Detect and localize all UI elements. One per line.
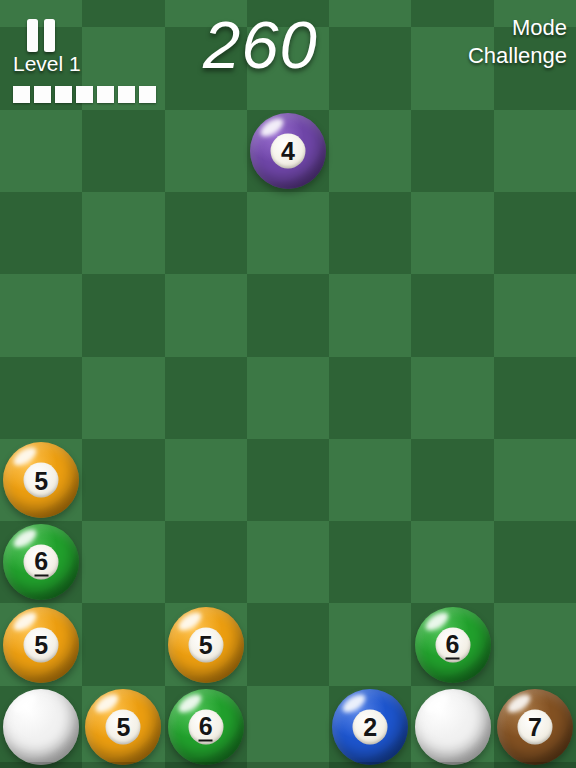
ball-number: 6 [188,709,223,744]
ball-white-cue [415,689,491,765]
ball-number: 6 [24,545,59,580]
ball-number: 5 [24,463,59,498]
ball-orange-5: 5 [3,607,79,683]
mode-value: Challenge [468,42,567,70]
board-cell[interactable] [82,110,165,193]
board-cell[interactable] [329,192,412,275]
board-cell[interactable] [247,686,330,768]
level-progress-bar [13,86,156,103]
ball-brown-7: 7 [497,689,573,765]
progress-square [139,86,156,103]
ball-orange-5: 5 [168,607,244,683]
ball-number: 7 [517,709,552,744]
board-cell[interactable] [329,603,412,686]
ball-number: 6 [435,627,470,662]
ball-green-6: 6 [168,689,244,765]
board-cell[interactable] [82,192,165,275]
board-cell[interactable] [329,521,412,604]
board-cell[interactable] [329,274,412,357]
ball-number: 4 [271,133,306,168]
board-cell[interactable] [165,110,248,193]
board-cell[interactable] [82,357,165,440]
ball-orange-5: 5 [3,442,79,518]
board-cell[interactable] [247,274,330,357]
board-cell[interactable] [494,521,576,604]
progress-square [13,86,30,103]
ball-white-cue [3,689,79,765]
board-cell[interactable] [82,603,165,686]
game-screen: 4565565627 Level 1 260 Mode Challenge [0,0,576,768]
board-cell[interactable] [82,439,165,522]
board-bottom-edge [0,762,576,768]
board-cell[interactable] [0,110,83,193]
board-cell[interactable] [247,192,330,275]
board-cell[interactable] [494,603,576,686]
board-cell[interactable] [0,357,83,440]
board-cell[interactable] [411,439,494,522]
board-cell[interactable] [165,439,248,522]
board-cell[interactable] [82,521,165,604]
board-cell[interactable] [165,357,248,440]
board-cell[interactable] [411,110,494,193]
progress-square [97,86,114,103]
ball-number: 2 [353,709,388,744]
board-cell[interactable] [247,357,330,440]
board-cell[interactable] [329,110,412,193]
board-cell[interactable] [411,192,494,275]
board-cell[interactable] [494,439,576,522]
board-cell[interactable] [247,603,330,686]
ball-green-6: 6 [415,607,491,683]
board-cell[interactable] [247,439,330,522]
board-cell[interactable] [494,357,576,440]
progress-square [76,86,93,103]
board-cell[interactable] [494,274,576,357]
progress-square [118,86,135,103]
ball-purple-4: 4 [250,113,326,189]
score-display: 260 [0,6,521,83]
progress-square [34,86,51,103]
progress-square [55,86,72,103]
board-cell[interactable] [411,521,494,604]
ball-green-6: 6 [3,524,79,600]
board-cell[interactable] [247,521,330,604]
board-cell[interactable] [494,192,576,275]
ball-orange-5: 5 [85,689,161,765]
board-cell[interactable] [165,521,248,604]
ball-number: 5 [24,627,59,662]
board-cell[interactable] [0,274,83,357]
board-cell[interactable] [165,192,248,275]
mode-label: Mode [468,14,567,42]
ball-blue-2: 2 [332,689,408,765]
board-cell[interactable] [82,274,165,357]
board-cell[interactable] [494,110,576,193]
ball-number: 5 [106,709,141,744]
mode-display: Mode Challenge [468,14,567,70]
board-cell[interactable] [329,439,412,522]
board-cell[interactable] [411,357,494,440]
board-cell[interactable] [411,274,494,357]
board-cell[interactable] [165,274,248,357]
board-cell[interactable] [0,192,83,275]
ball-number: 5 [188,627,223,662]
board-cell[interactable] [329,357,412,440]
